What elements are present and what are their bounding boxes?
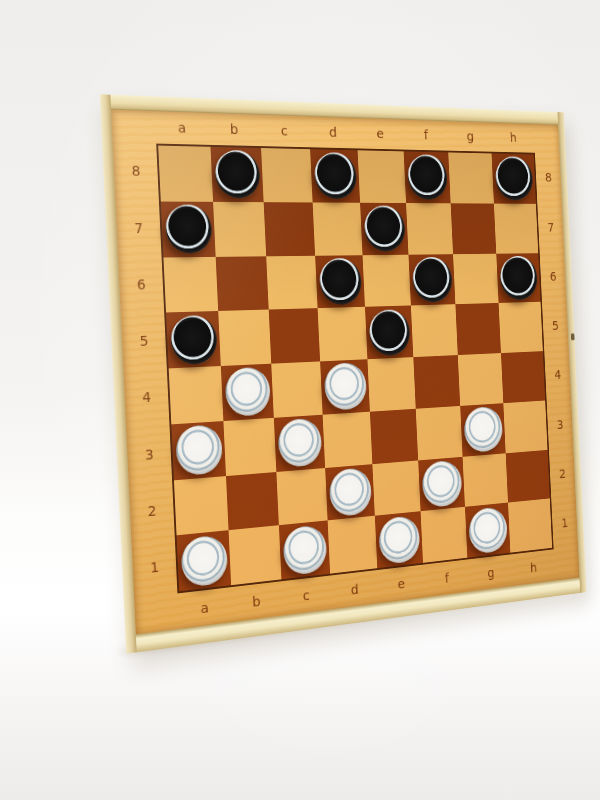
white-checker-d4[interactable] xyxy=(323,362,367,411)
rank-label-2: 2 xyxy=(129,481,175,542)
square-f5[interactable] xyxy=(411,304,458,357)
square-c4[interactable] xyxy=(271,361,322,417)
square-a7[interactable] xyxy=(161,201,216,257)
rank-label-1: 1 xyxy=(131,537,177,598)
square-h5[interactable] xyxy=(499,302,543,353)
rank-label-1: 1 xyxy=(551,497,578,549)
square-f7[interactable] xyxy=(406,203,453,254)
square-c5[interactable] xyxy=(269,308,320,363)
rank-label-6: 6 xyxy=(118,256,164,313)
square-a5[interactable] xyxy=(166,311,221,368)
square-g2[interactable] xyxy=(463,453,508,507)
square-a4[interactable] xyxy=(169,366,224,424)
file-label-d: d xyxy=(308,116,357,148)
square-e5[interactable] xyxy=(365,306,413,360)
file-label-e: e xyxy=(377,565,425,604)
square-d1[interactable] xyxy=(328,516,378,574)
square-f4[interactable] xyxy=(413,355,460,408)
file-label-g: g xyxy=(448,121,493,152)
file-label-a: a xyxy=(155,111,209,145)
rank-label-8: 8 xyxy=(113,143,159,200)
white-checker-f2[interactable] xyxy=(421,460,462,508)
rank-label-3: 3 xyxy=(126,425,172,485)
square-c1[interactable] xyxy=(279,521,330,580)
rank-label-4: 4 xyxy=(123,369,169,428)
square-e1[interactable] xyxy=(375,511,423,568)
square-d2[interactable] xyxy=(325,464,375,521)
black-checker-e5[interactable] xyxy=(368,309,410,356)
square-a3[interactable] xyxy=(171,421,226,480)
square-f1[interactable] xyxy=(421,507,468,563)
white-checker-g3[interactable] xyxy=(463,406,503,453)
square-f6[interactable] xyxy=(408,254,455,306)
square-d6[interactable] xyxy=(315,255,365,309)
square-e3[interactable] xyxy=(370,409,418,464)
square-h1[interactable] xyxy=(508,499,552,553)
square-b5[interactable] xyxy=(218,310,271,366)
wall-checkers-board: abcdefgh abcdefgh 87654321 87654321 xyxy=(100,94,587,653)
rank-label-7: 7 xyxy=(115,200,161,257)
square-h3[interactable] xyxy=(503,400,547,453)
file-label-f: f xyxy=(403,120,449,151)
square-f2[interactable] xyxy=(418,456,465,511)
rank-label-5: 5 xyxy=(121,312,167,370)
square-e2[interactable] xyxy=(372,460,420,516)
rank-label-3: 3 xyxy=(547,399,574,450)
square-g5[interactable] xyxy=(455,303,501,355)
square-b4[interactable] xyxy=(221,364,274,421)
rank-label-4: 4 xyxy=(544,350,571,401)
square-h7[interactable] xyxy=(494,203,538,253)
square-h8[interactable] xyxy=(492,153,536,203)
rank-label-8: 8 xyxy=(535,153,562,203)
file-label-b: b xyxy=(208,113,261,146)
rank-label-6: 6 xyxy=(540,252,567,302)
square-g6[interactable] xyxy=(453,253,499,304)
black-checker-f8[interactable] xyxy=(407,155,448,201)
square-h4[interactable] xyxy=(501,351,545,403)
square-f8[interactable] xyxy=(404,151,451,203)
square-d3[interactable] xyxy=(323,411,373,467)
square-a2[interactable] xyxy=(174,476,229,536)
square-g7[interactable] xyxy=(451,203,497,254)
file-label-c: c xyxy=(281,576,332,616)
file-label-h: h xyxy=(512,549,556,586)
file-label-e: e xyxy=(356,118,404,150)
file-label-a: a xyxy=(177,587,231,629)
black-checker-a5[interactable] xyxy=(169,315,217,365)
square-d7[interactable] xyxy=(313,202,363,255)
square-c8[interactable] xyxy=(261,148,313,202)
square-b3[interactable] xyxy=(223,418,276,476)
square-b7[interactable] xyxy=(213,202,266,257)
square-e6[interactable] xyxy=(363,254,411,307)
square-g8[interactable] xyxy=(448,152,494,203)
white-checker-g1[interactable] xyxy=(468,506,508,554)
square-g3[interactable] xyxy=(460,403,505,456)
black-checker-a7[interactable] xyxy=(164,205,212,254)
rank-label-2: 2 xyxy=(549,448,576,500)
square-b6[interactable] xyxy=(216,256,269,311)
square-a8[interactable] xyxy=(158,146,213,202)
file-label-f: f xyxy=(423,559,469,597)
square-g4[interactable] xyxy=(458,353,504,406)
rank-label-5: 5 xyxy=(542,301,569,351)
square-d4[interactable] xyxy=(320,359,370,414)
black-checker-f6[interactable] xyxy=(411,257,452,303)
file-label-c: c xyxy=(259,115,310,148)
black-checker-e7[interactable] xyxy=(363,206,405,252)
square-h6[interactable] xyxy=(496,253,540,303)
square-c2[interactable] xyxy=(276,468,327,526)
file-label-d: d xyxy=(330,570,379,609)
white-checker-d2[interactable] xyxy=(328,467,372,517)
black-checker-d8[interactable] xyxy=(313,152,357,199)
black-checker-h6[interactable] xyxy=(499,256,538,300)
square-a6[interactable] xyxy=(163,256,218,312)
white-checker-c1[interactable] xyxy=(282,524,327,576)
square-f3[interactable] xyxy=(416,406,463,460)
white-checker-a1[interactable] xyxy=(180,534,228,588)
checkers-grid xyxy=(156,144,553,594)
wooden-frame: abcdefgh abcdefgh 87654321 87654321 xyxy=(100,94,587,653)
file-label-g: g xyxy=(468,554,513,591)
square-b2[interactable] xyxy=(226,472,279,531)
square-e8[interactable] xyxy=(358,150,406,203)
square-e7[interactable] xyxy=(360,203,408,255)
square-b8[interactable] xyxy=(210,147,263,202)
white-checker-e1[interactable] xyxy=(378,515,420,565)
white-checker-c3[interactable] xyxy=(277,418,322,468)
square-a1[interactable] xyxy=(177,530,232,591)
white-checker-a3[interactable] xyxy=(175,424,223,476)
white-checker-b4[interactable] xyxy=(224,367,270,417)
square-d5[interactable] xyxy=(318,307,368,361)
square-g1[interactable] xyxy=(465,503,510,558)
square-h2[interactable] xyxy=(506,449,550,502)
file-label-b: b xyxy=(230,581,282,622)
scene: abcdefgh abcdefgh 87654321 87654321 abcd… xyxy=(0,0,600,800)
black-checker-d6[interactable] xyxy=(318,258,362,305)
file-label-h: h xyxy=(491,123,535,153)
square-b1[interactable] xyxy=(229,525,282,585)
black-checker-h8[interactable] xyxy=(494,156,533,200)
frame-hook-mark xyxy=(571,333,575,340)
square-e4[interactable] xyxy=(367,357,415,411)
board-surface: abcdefgh abcdefgh 87654321 87654321 xyxy=(111,110,579,635)
square-c6[interactable] xyxy=(266,255,317,309)
square-c3[interactable] xyxy=(274,414,325,471)
square-c7[interactable] xyxy=(264,202,315,256)
rank-label-7: 7 xyxy=(537,202,564,252)
square-d8[interactable] xyxy=(310,149,360,202)
black-checker-b8[interactable] xyxy=(214,150,261,199)
